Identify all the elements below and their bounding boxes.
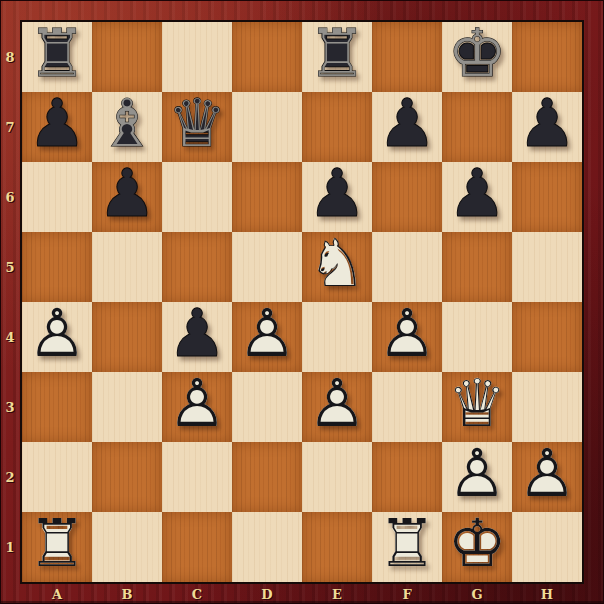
square-f8[interactable] (372, 22, 442, 92)
square-e1[interactable] (302, 512, 372, 582)
square-g1[interactable]: ♚♔ (442, 512, 512, 582)
square-c5[interactable] (162, 232, 232, 302)
square-d6[interactable] (232, 162, 302, 232)
square-d7[interactable] (232, 92, 302, 162)
rank-labels: 87654321 (0, 22, 20, 582)
square-d2[interactable] (232, 442, 302, 512)
square-b4[interactable] (92, 302, 162, 372)
square-c4[interactable]: ♟ (162, 302, 232, 372)
white-pawn-a4[interactable]: ♟♙ (22, 302, 92, 372)
square-a5[interactable] (22, 232, 92, 302)
black-rook-a8[interactable]: ♜♖ (22, 22, 92, 92)
square-g8[interactable]: ♚♔ (442, 22, 512, 92)
square-f6[interactable] (372, 162, 442, 232)
rank-label-1: 1 (0, 512, 20, 582)
square-g3[interactable]: ♛♕ (442, 372, 512, 442)
square-g5[interactable] (442, 232, 512, 302)
square-f3[interactable] (372, 372, 442, 442)
square-a8[interactable]: ♜♖ (22, 22, 92, 92)
square-h3[interactable] (512, 372, 582, 442)
square-c2[interactable] (162, 442, 232, 512)
square-g6[interactable]: ♟ (442, 162, 512, 232)
white-pawn-g2[interactable]: ♟♙ (442, 442, 512, 512)
rank-label-3: 3 (0, 372, 20, 442)
square-b7[interactable]: ♝♗ (92, 92, 162, 162)
square-c1[interactable] (162, 512, 232, 582)
rank-label-2: 2 (0, 442, 20, 512)
file-label-b: B (92, 584, 162, 604)
square-a7[interactable]: ♟ (22, 92, 92, 162)
square-b1[interactable] (92, 512, 162, 582)
white-pawn-c3[interactable]: ♟♙ (162, 372, 232, 442)
square-d4[interactable]: ♟♙ (232, 302, 302, 372)
square-f7[interactable]: ♟ (372, 92, 442, 162)
file-label-c: C (162, 584, 232, 604)
white-queen-g3[interactable]: ♛♕ (442, 372, 512, 442)
black-king-g8[interactable]: ♚♔ (442, 22, 512, 92)
square-h4[interactable] (512, 302, 582, 372)
black-pawn-e6[interactable]: ♟ (302, 162, 372, 232)
square-g2[interactable]: ♟♙ (442, 442, 512, 512)
square-c7[interactable]: ♛♕ (162, 92, 232, 162)
rank-label-7: 7 (0, 92, 20, 162)
square-d1[interactable] (232, 512, 302, 582)
square-e4[interactable] (302, 302, 372, 372)
square-h8[interactable] (512, 22, 582, 92)
square-e7[interactable] (302, 92, 372, 162)
rank-label-6: 6 (0, 162, 20, 232)
square-a3[interactable] (22, 372, 92, 442)
square-b5[interactable] (92, 232, 162, 302)
square-b8[interactable] (92, 22, 162, 92)
square-g7[interactable] (442, 92, 512, 162)
black-rook-e8[interactable]: ♜♖ (302, 22, 372, 92)
white-king-g1[interactable]: ♚♔ (442, 512, 512, 582)
square-d3[interactable] (232, 372, 302, 442)
black-bishop-b7[interactable]: ♝♗ (92, 92, 162, 162)
black-pawn-g6[interactable]: ♟ (442, 162, 512, 232)
white-pawn-f4[interactable]: ♟♙ (372, 302, 442, 372)
square-h7[interactable]: ♟ (512, 92, 582, 162)
chess-board: ♜♖♜♖♚♔♟♝♗♛♕♟♟♟♟♟♞♘♟♙♟♟♙♟♙♟♙♟♙♛♕♟♙♟♙♜♖♜♖♚… (20, 20, 584, 584)
square-f4[interactable]: ♟♙ (372, 302, 442, 372)
file-labels: ABCDEFGH (22, 584, 582, 604)
square-h1[interactable] (512, 512, 582, 582)
square-e5[interactable]: ♞♘ (302, 232, 372, 302)
square-e8[interactable]: ♜♖ (302, 22, 372, 92)
file-label-d: D (232, 584, 302, 604)
rank-label-5: 5 (0, 232, 20, 302)
square-c8[interactable] (162, 22, 232, 92)
square-h2[interactable]: ♟♙ (512, 442, 582, 512)
file-label-a: A (22, 584, 92, 604)
square-f2[interactable] (372, 442, 442, 512)
square-c3[interactable]: ♟♙ (162, 372, 232, 442)
square-b6[interactable]: ♟ (92, 162, 162, 232)
file-label-e: E (302, 584, 372, 604)
white-pawn-e3[interactable]: ♟♙ (302, 372, 372, 442)
black-pawn-c4[interactable]: ♟ (162, 302, 232, 372)
rank-label-8: 8 (0, 22, 20, 92)
white-pawn-h2[interactable]: ♟♙ (512, 442, 582, 512)
square-a2[interactable] (22, 442, 92, 512)
square-g4[interactable] (442, 302, 512, 372)
white-rook-a1[interactable]: ♜♖ (22, 512, 92, 582)
black-pawn-h7[interactable]: ♟ (512, 92, 582, 162)
square-d5[interactable] (232, 232, 302, 302)
file-label-g: G (442, 584, 512, 604)
square-e3[interactable]: ♟♙ (302, 372, 372, 442)
square-h6[interactable] (512, 162, 582, 232)
square-b2[interactable] (92, 442, 162, 512)
square-a4[interactable]: ♟♙ (22, 302, 92, 372)
white-pawn-d4[interactable]: ♟♙ (232, 302, 302, 372)
black-pawn-f7[interactable]: ♟ (372, 92, 442, 162)
file-label-h: H (512, 584, 582, 604)
square-a1[interactable]: ♜♖ (22, 512, 92, 582)
white-rook-f1[interactable]: ♜♖ (372, 512, 442, 582)
file-label-f: F (372, 584, 442, 604)
square-e6[interactable]: ♟ (302, 162, 372, 232)
square-h5[interactable] (512, 232, 582, 302)
white-knight-e5[interactable]: ♞♘ (302, 232, 372, 302)
square-c6[interactable] (162, 162, 232, 232)
black-pawn-a7[interactable]: ♟ (22, 92, 92, 162)
rank-label-4: 4 (0, 302, 20, 372)
chess-board-frame: 87654321 ABCDEFGH ♜♖♜♖♚♔♟♝♗♛♕♟♟♟♟♟♞♘♟♙♟♟… (0, 0, 604, 604)
square-f5[interactable] (372, 232, 442, 302)
square-f1[interactable]: ♜♖ (372, 512, 442, 582)
square-e2[interactable] (302, 442, 372, 512)
black-queen-c7[interactable]: ♛♕ (162, 92, 232, 162)
black-pawn-b6[interactable]: ♟ (92, 162, 162, 232)
square-d8[interactable] (232, 22, 302, 92)
square-a6[interactable] (22, 162, 92, 232)
square-b3[interactable] (92, 372, 162, 442)
